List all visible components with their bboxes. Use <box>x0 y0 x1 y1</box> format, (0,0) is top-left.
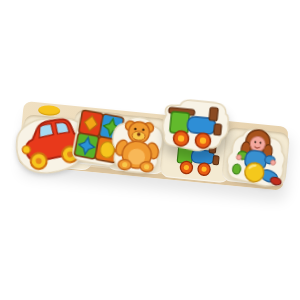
product-photo <box>0 0 300 300</box>
puzzle-piece-train-lifted <box>156 96 231 155</box>
puzzle-board <box>18 101 289 191</box>
puzzle-piece-doll <box>223 125 291 191</box>
